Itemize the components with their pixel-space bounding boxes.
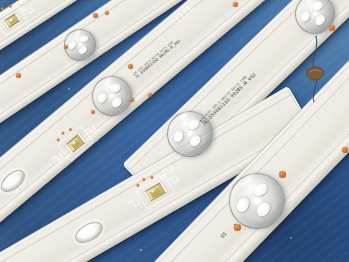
bare-led-chip <box>65 133 85 152</box>
solder-pad-dot <box>128 64 133 69</box>
mat-crack <box>294 34 338 104</box>
solder-pad-dot <box>130 98 134 102</box>
bare-led-chip <box>144 182 166 202</box>
solder-pad-dot <box>55 137 59 141</box>
solder-pad-dot <box>60 131 64 135</box>
dust-speck <box>210 170 212 172</box>
bare-led-chip <box>3 13 20 29</box>
solder-pad-dot <box>93 13 98 18</box>
solder-pad-dot <box>68 127 72 131</box>
solder-pad-dot <box>91 110 95 114</box>
solder-pad-dot <box>105 11 109 15</box>
solder-pad-dot <box>64 45 68 49</box>
solder-pad-dot <box>279 171 286 178</box>
solder-pad-dot <box>16 73 21 78</box>
solder-pad-dot <box>233 2 238 7</box>
solder-pad-dot <box>329 25 335 31</box>
solder-pad-dot <box>148 93 152 97</box>
dust-speck <box>68 88 70 90</box>
photo-canvas: ▲JE A1D1 9AN-0 E01742 6A17V 23BDJL.D5008… <box>0 0 349 262</box>
dust-speck <box>140 249 142 251</box>
solder-pad-dot <box>342 147 348 153</box>
mat-crack-drawing <box>294 34 338 104</box>
dust-speck <box>290 237 292 239</box>
